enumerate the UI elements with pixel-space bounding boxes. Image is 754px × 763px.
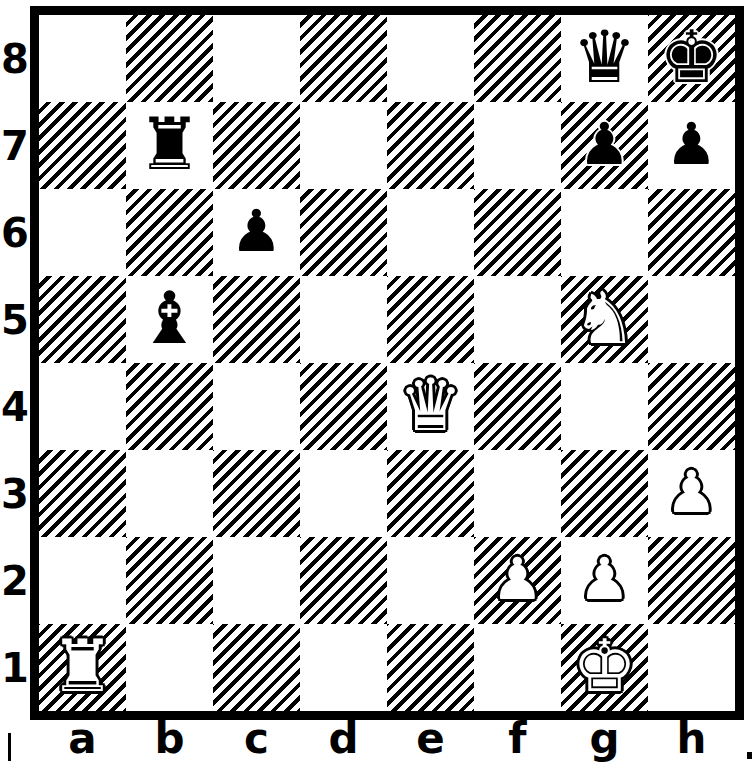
file-labels: abcdefgh bbox=[39, 716, 735, 762]
square-a2 bbox=[39, 537, 126, 624]
square-f5 bbox=[474, 276, 561, 363]
square-e3 bbox=[387, 450, 474, 537]
square-f3 bbox=[474, 450, 561, 537]
rank-label-8: 8 bbox=[0, 15, 30, 102]
file-label-a: a bbox=[39, 716, 126, 762]
square-a5 bbox=[39, 276, 126, 363]
rank-label-2: 2 bbox=[0, 537, 30, 624]
piece-black-queen-g8: ♛ bbox=[572, 21, 637, 93]
square-c4 bbox=[213, 363, 300, 450]
file-label-b: b bbox=[126, 716, 213, 762]
chess-diagram: 87654321 ♛♚♜♟♟♟♝♞♛♟♟♟♜♚ abcdefgh bbox=[0, 0, 754, 763]
square-b7: ♜ bbox=[126, 102, 213, 189]
square-h8: ♚ bbox=[648, 15, 735, 102]
square-a8 bbox=[39, 15, 126, 102]
print-artifact-tick bbox=[747, 752, 752, 759]
square-f8 bbox=[474, 15, 561, 102]
square-h7: ♟ bbox=[648, 102, 735, 189]
file-label-c: c bbox=[213, 716, 300, 762]
square-d7 bbox=[300, 102, 387, 189]
square-e8 bbox=[387, 15, 474, 102]
square-b3 bbox=[126, 450, 213, 537]
square-c3 bbox=[213, 450, 300, 537]
square-g8: ♛ bbox=[561, 15, 648, 102]
piece-black-pawn-g7: ♟ bbox=[579, 115, 631, 173]
print-artifact-tick bbox=[8, 733, 11, 761]
square-d3 bbox=[300, 450, 387, 537]
file-label-e: e bbox=[387, 716, 474, 762]
square-c7 bbox=[213, 102, 300, 189]
piece-white-pawn-f2: ♟ bbox=[492, 550, 544, 608]
piece-black-bishop-b5: ♝ bbox=[137, 282, 202, 354]
square-b5: ♝ bbox=[126, 276, 213, 363]
piece-white-queen-e4: ♛ bbox=[398, 369, 463, 441]
square-g4 bbox=[561, 363, 648, 450]
square-f6 bbox=[474, 189, 561, 276]
square-c5 bbox=[213, 276, 300, 363]
square-g6 bbox=[561, 189, 648, 276]
square-e4: ♛ bbox=[387, 363, 474, 450]
square-g1: ♚ bbox=[561, 624, 648, 711]
file-label-d: d bbox=[300, 716, 387, 762]
file-label-f: f bbox=[474, 716, 561, 762]
rank-label-6: 6 bbox=[0, 189, 30, 276]
rank-label-7: 7 bbox=[0, 102, 30, 189]
chess-board: ♛♚♜♟♟♟♝♞♛♟♟♟♜♚ bbox=[30, 6, 744, 720]
square-e7 bbox=[387, 102, 474, 189]
square-g5: ♞ bbox=[561, 276, 648, 363]
square-e5 bbox=[387, 276, 474, 363]
square-c8 bbox=[213, 15, 300, 102]
square-h2 bbox=[648, 537, 735, 624]
piece-white-rook-a1: ♜ bbox=[50, 630, 115, 702]
piece-white-king-g1: ♚ bbox=[572, 630, 637, 702]
rank-label-3: 3 bbox=[0, 450, 30, 537]
board-grid: ♛♚♜♟♟♟♝♞♛♟♟♟♜♚ bbox=[39, 15, 735, 711]
rank-label-1: 1 bbox=[0, 624, 30, 711]
square-e1 bbox=[387, 624, 474, 711]
file-label-g: g bbox=[561, 716, 648, 762]
square-d2 bbox=[300, 537, 387, 624]
square-e2 bbox=[387, 537, 474, 624]
square-b1 bbox=[126, 624, 213, 711]
square-g7: ♟ bbox=[561, 102, 648, 189]
square-d1 bbox=[300, 624, 387, 711]
square-g3 bbox=[561, 450, 648, 537]
square-b4 bbox=[126, 363, 213, 450]
rank-label-5: 5 bbox=[0, 276, 30, 363]
square-a4 bbox=[39, 363, 126, 450]
square-e6 bbox=[387, 189, 474, 276]
file-label-h: h bbox=[648, 716, 735, 762]
square-d4 bbox=[300, 363, 387, 450]
square-h4 bbox=[648, 363, 735, 450]
square-a3 bbox=[39, 450, 126, 537]
square-d5 bbox=[300, 276, 387, 363]
square-h5 bbox=[648, 276, 735, 363]
square-f1 bbox=[474, 624, 561, 711]
square-f4 bbox=[474, 363, 561, 450]
rank-label-4: 4 bbox=[0, 363, 30, 450]
square-a1: ♜ bbox=[39, 624, 126, 711]
piece-white-pawn-h3: ♟ bbox=[666, 463, 718, 521]
square-b6 bbox=[126, 189, 213, 276]
square-d6 bbox=[300, 189, 387, 276]
square-f2: ♟ bbox=[474, 537, 561, 624]
square-g2: ♟ bbox=[561, 537, 648, 624]
piece-black-king-h8: ♚ bbox=[659, 21, 724, 93]
square-a6 bbox=[39, 189, 126, 276]
rank-labels: 87654321 bbox=[0, 15, 30, 711]
square-c6: ♟ bbox=[213, 189, 300, 276]
piece-black-pawn-h7: ♟ bbox=[666, 115, 718, 173]
square-b8 bbox=[126, 15, 213, 102]
square-h6 bbox=[648, 189, 735, 276]
piece-white-pawn-g2: ♟ bbox=[579, 550, 631, 608]
piece-black-rook-b7: ♜ bbox=[137, 108, 202, 180]
piece-white-knight-g5: ♞ bbox=[572, 282, 637, 354]
square-a7 bbox=[39, 102, 126, 189]
square-h3: ♟ bbox=[648, 450, 735, 537]
square-f7 bbox=[474, 102, 561, 189]
square-c1 bbox=[213, 624, 300, 711]
square-b2 bbox=[126, 537, 213, 624]
square-d8 bbox=[300, 15, 387, 102]
piece-black-pawn-c6: ♟ bbox=[231, 202, 283, 260]
square-c2 bbox=[213, 537, 300, 624]
square-h1 bbox=[648, 624, 735, 711]
